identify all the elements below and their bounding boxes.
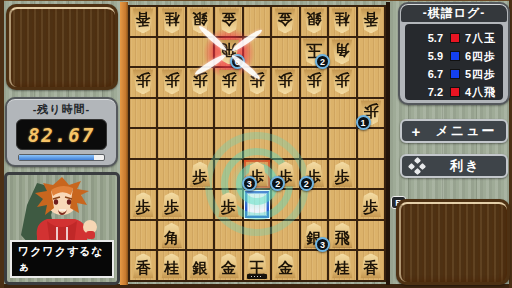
cooldown-badge: 2 — [270, 176, 285, 191]
menu-button-label: メニュー — [426, 122, 506, 140]
cell-1-8[interactable]: 桂 — [329, 7, 355, 36]
timer-title: -残り時間- — [7, 102, 116, 117]
sente-piece-歩[interactable]: 歩 — [217, 192, 240, 217]
cell-4-7[interactable] — [301, 99, 327, 128]
log-move: 6四歩 — [465, 49, 496, 64]
kiki-button-label: 利き — [425, 157, 506, 175]
cell-2-7[interactable]: 玉2 — [301, 38, 327, 67]
player-color-square — [450, 69, 460, 79]
cell-7-5[interactable] — [244, 190, 270, 219]
sente-piece-桂[interactable]: 桂 — [160, 253, 183, 278]
cell-7-9[interactable]: 歩 — [358, 190, 384, 219]
shogi-board: 香桂銀金金銀桂香飛6玉2角歩歩歩歩歩歩歩歩歩1歩歩3歩2歩2歩歩歩歩歩角銀3飛香… — [120, 2, 390, 285]
cell-2-9[interactable] — [358, 38, 384, 67]
player-color-square — [450, 51, 460, 61]
cell-8-7[interactable]: 銀3 — [301, 221, 327, 250]
kifu-log-list: 5.77八玉5.96四歩6.75四歩7.24八飛 — [405, 24, 503, 100]
gote-piece-桂[interactable]: 桂 — [160, 9, 183, 34]
log-time: 5.9 — [419, 50, 443, 62]
sente-piece-飛[interactable]: 飛 — [331, 223, 354, 248]
cell-3-9[interactable] — [358, 68, 384, 97]
log-move: 7八玉 — [465, 31, 496, 46]
cell-1-3[interactable]: 銀 — [187, 7, 213, 36]
cell-6-9[interactable] — [358, 160, 384, 189]
cell-7-8[interactable] — [329, 190, 355, 219]
cell-9-8[interactable]: 桂 — [329, 251, 355, 280]
log-row: 5.77八玉 — [405, 29, 503, 47]
cell-6-3[interactable]: 歩 — [187, 160, 213, 189]
cooldown-badge: 1 — [356, 115, 371, 130]
cell-9-7[interactable] — [301, 251, 327, 280]
cell-5-7[interactable] — [301, 129, 327, 158]
cell-4-3[interactable] — [187, 99, 213, 128]
sente-piece-歩[interactable]: 歩 — [160, 192, 183, 217]
gote-piece-歩[interactable]: 歩 — [274, 70, 297, 95]
cell-6-7[interactable]: 歩2 — [301, 160, 327, 189]
timer-value: 82.67 — [28, 124, 95, 146]
gote-piece-tray-frame — [6, 4, 118, 90]
log-time: 5.7 — [419, 32, 443, 44]
cell-2-2[interactable] — [158, 38, 184, 67]
cell-9-4[interactable]: 金 — [215, 251, 241, 280]
cell-3-1[interactable]: 歩 — [130, 68, 156, 97]
sente-piece-歩[interactable]: 歩 — [189, 162, 212, 187]
cell-1-2[interactable]: 桂 — [158, 7, 184, 36]
speech-bubble: ワクワクするなぁ — [10, 240, 114, 278]
log-row: 6.75四歩 — [405, 65, 503, 83]
cell-3-5[interactable]: 歩 — [244, 68, 270, 97]
cooldown-badge: 2 — [299, 176, 314, 191]
cell-7-4[interactable]: 歩 — [215, 190, 241, 219]
sente-piece-tray[interactable] — [399, 202, 507, 282]
gote-piece-歩[interactable]: 歩 — [245, 70, 268, 95]
gote-piece-歩[interactable]: 歩 — [331, 70, 354, 95]
timer-progressbar — [18, 154, 105, 161]
log-row: 7.24八飛 — [405, 83, 503, 101]
sente-piece-歩[interactable]: 歩 — [359, 192, 382, 217]
cell-2-5[interactable] — [244, 38, 270, 67]
cell-7-7[interactable] — [301, 190, 327, 219]
cell-1-5[interactable] — [244, 7, 270, 36]
cell-6-2[interactable] — [158, 160, 184, 189]
cell-4-4[interactable] — [215, 99, 241, 128]
menu-button[interactable]: + メニュー — [400, 119, 508, 143]
cell-3-6[interactable]: 歩 — [272, 68, 298, 97]
board-right-edge — [386, 2, 390, 285]
cell-5-1[interactable] — [130, 129, 156, 158]
board-frame: 香桂銀金金銀桂香飛6玉2角歩歩歩歩歩歩歩歩歩1歩歩3歩2歩2歩歩歩歩歩角銀3飛香… — [128, 5, 386, 282]
abxy-buttons-icon — [409, 158, 425, 174]
cell-6-6[interactable]: 歩2 — [272, 160, 298, 189]
cell-5-4[interactable] — [215, 129, 241, 158]
gote-piece-歩[interactable]: 歩 — [132, 70, 155, 95]
gote-piece-香[interactable]: 香 — [132, 9, 155, 34]
cell-2-4[interactable]: 飛6 — [215, 38, 241, 67]
sente-piece-金[interactable]: 金 — [274, 253, 297, 278]
cell-4-1[interactable] — [130, 99, 156, 128]
cell-9-9[interactable]: 香 — [358, 251, 384, 280]
gote-piece-歩[interactable]: 歩 — [302, 70, 325, 95]
cell-5-2[interactable] — [158, 129, 184, 158]
log-move: 5四歩 — [465, 67, 496, 82]
cell-1-9[interactable]: 香 — [358, 7, 384, 36]
gote-piece-金[interactable]: 金 — [217, 9, 240, 34]
cell-3-4[interactable]: 歩 — [215, 68, 241, 97]
cell-5-6[interactable] — [272, 129, 298, 158]
cell-9-6[interactable]: 金 — [272, 251, 298, 280]
cell-3-3[interactable]: 歩 — [187, 68, 213, 97]
cooldown-badge: 3 — [242, 176, 257, 191]
cell-8-4[interactable] — [215, 221, 241, 250]
cell-7-1[interactable]: 歩 — [130, 190, 156, 219]
cell-2-6[interactable] — [272, 38, 298, 67]
player-color-square — [450, 33, 460, 43]
cell-1-6[interactable]: 金 — [272, 7, 298, 36]
cell-7-3[interactable] — [187, 190, 213, 219]
game-screen: -残り時間- 82.67 ワクワクするなぁ — [0, 0, 512, 288]
cell-9-5[interactable]: 王 — [244, 251, 270, 280]
cell-3-7[interactable]: 歩 — [301, 68, 327, 97]
cell-6-8[interactable]: 歩 — [329, 160, 355, 189]
cell-8-3[interactable] — [187, 221, 213, 250]
gote-piece-桂[interactable]: 桂 — [331, 9, 354, 34]
cell-6-1[interactable] — [130, 160, 156, 189]
cell-2-3[interactable] — [187, 38, 213, 67]
cell-8-9[interactable] — [358, 221, 384, 250]
sente-piece-歩[interactable]: 歩 — [331, 162, 354, 187]
kifu-log-panel: -棋譜ログ- 5.77八玉5.96四歩6.75四歩7.24八飛 — [398, 2, 510, 105]
cell-7-2[interactable]: 歩 — [158, 190, 184, 219]
gote-piece-歩[interactable]: 歩 — [189, 70, 212, 95]
log-time: 6.7 — [419, 68, 443, 80]
gote-piece-金[interactable]: 金 — [274, 9, 297, 34]
player-color-square — [450, 87, 460, 97]
cell-4-9[interactable]: 歩1 — [358, 99, 384, 128]
cell-9-3[interactable]: 銀 — [187, 251, 213, 280]
timer-display: 82.67 — [16, 119, 107, 150]
cell-5-8[interactable] — [329, 129, 355, 158]
timer-progress-fill — [19, 155, 94, 160]
gote-piece-tray[interactable] — [9, 7, 115, 87]
cell-9-1[interactable]: 香 — [130, 251, 156, 280]
sente-piece-香[interactable]: 香 — [132, 253, 155, 278]
cell-8-6[interactable] — [272, 221, 298, 250]
cell-5-5[interactable] — [244, 129, 270, 158]
gote-piece-銀[interactable]: 銀 — [189, 9, 212, 34]
sente-piece-tray-frame — [396, 199, 510, 285]
log-row: 5.96四歩 — [405, 47, 503, 65]
sente-piece-角[interactable]: 角 — [160, 223, 183, 248]
cell-8-5[interactable] — [244, 221, 270, 250]
kiki-button[interactable]: 利き — [400, 154, 508, 178]
gote-piece-香[interactable]: 香 — [359, 9, 382, 34]
board-grid: 香桂銀金金銀桂香飛6玉2角歩歩歩歩歩歩歩歩歩1歩歩3歩2歩2歩歩歩歩歩角銀3飛香… — [130, 7, 384, 280]
cell-2-8[interactable]: 角 — [329, 38, 355, 67]
sente-piece-桂[interactable]: 桂 — [331, 253, 354, 278]
cooldown-badge: 6 — [230, 54, 245, 69]
cell-5-3[interactable] — [187, 129, 213, 158]
cell-6-5[interactable]: 歩3 — [244, 160, 270, 189]
sente-piece-銀[interactable]: 銀 — [189, 253, 212, 278]
cell-6-4[interactable] — [215, 160, 241, 189]
cell-3-2[interactable]: 歩 — [158, 68, 184, 97]
sente-piece-金[interactable]: 金 — [217, 253, 240, 278]
cell-8-1[interactable] — [130, 221, 156, 250]
log-time: 7.2 — [419, 86, 443, 98]
cooldown-badge: 2 — [315, 54, 330, 69]
log-move: 4八飛 — [465, 85, 496, 100]
cell-4-6[interactable] — [272, 99, 298, 128]
gote-piece-歩[interactable]: 歩 — [217, 70, 240, 95]
cell-2-1[interactable] — [130, 38, 156, 67]
kifu-log-title: -棋譜ログ- — [401, 5, 507, 22]
cooldown-badge: 3 — [315, 237, 330, 252]
sente-piece-香[interactable]: 香 — [359, 253, 382, 278]
cell-9-2[interactable]: 桂 — [158, 251, 184, 280]
cell-8-8[interactable]: 飛 — [329, 221, 355, 250]
cell-7-6[interactable] — [272, 190, 298, 219]
cell-8-2[interactable]: 角 — [158, 221, 184, 250]
cell-1-4[interactable]: 金 — [215, 7, 241, 36]
character-panel: ワクワクするなぁ — [4, 172, 120, 285]
cell-4-8[interactable] — [329, 99, 355, 128]
gote-piece-角[interactable]: 角 — [331, 39, 354, 64]
plus-button-icon: + — [406, 123, 426, 140]
cell-3-8[interactable]: 歩 — [329, 68, 355, 97]
gote-piece-銀[interactable]: 銀 — [302, 9, 325, 34]
cell-4-2[interactable] — [158, 99, 184, 128]
cell-4-5[interactable] — [244, 99, 270, 128]
cell-5-9[interactable] — [358, 129, 384, 158]
gote-piece-歩[interactable]: 歩 — [160, 70, 183, 95]
king-nameplate — [247, 274, 267, 279]
sente-piece-歩[interactable]: 歩 — [132, 192, 155, 217]
cell-1-1[interactable]: 香 — [130, 7, 156, 36]
board-left-edge — [120, 2, 128, 285]
cell-1-7[interactable]: 銀 — [301, 7, 327, 36]
timer-panel: -残り時間- 82.67 — [5, 97, 118, 167]
